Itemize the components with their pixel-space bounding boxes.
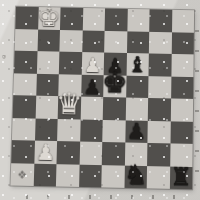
chessboard: ♚♟♟♝♟♚♛♟♟❖♞♜	[11, 7, 195, 190]
square-a3[interactable]	[12, 118, 35, 141]
square-f8[interactable]	[127, 9, 150, 31]
piece-black-bishop[interactable]: ♝	[127, 54, 147, 76]
square-e5[interactable]: ♚	[103, 75, 126, 98]
bottom-coordinate-marks	[26, 195, 186, 199]
square-e4[interactable]	[103, 97, 126, 120]
square-f3[interactable]: ♟	[125, 120, 148, 143]
square-e1[interactable]	[101, 165, 124, 188]
square-h3[interactable]	[170, 121, 193, 144]
corner-ornament-icon: ❖	[17, 168, 27, 181]
piece-white-queen[interactable]: ♛	[55, 89, 83, 119]
square-h4[interactable]	[170, 98, 193, 121]
square-a7[interactable]	[15, 29, 38, 52]
square-b7[interactable]	[37, 29, 60, 52]
square-b8[interactable]: ♚	[38, 7, 61, 29]
square-b1[interactable]	[33, 163, 56, 186]
square-e8[interactable]	[105, 8, 128, 30]
chessboard-photo: © ♚♟♟♝♟♚♛♟♟❖♞♜	[0, 0, 200, 200]
left-margin-copyright-text: ©	[1, 52, 7, 60]
square-g3[interactable]	[147, 120, 170, 143]
square-a5[interactable]	[13, 73, 36, 96]
square-d4[interactable]	[80, 97, 103, 120]
square-d8[interactable]	[82, 8, 105, 30]
square-d7[interactable]	[82, 30, 105, 53]
square-g5[interactable]	[148, 76, 171, 99]
square-f4[interactable]	[125, 98, 148, 121]
square-a6[interactable]	[14, 51, 37, 74]
square-e3[interactable]	[102, 119, 125, 142]
square-h1[interactable]: ♜	[169, 166, 192, 189]
piece-black-pawn[interactable]: ♟	[83, 77, 101, 97]
square-d1[interactable]	[79, 164, 102, 187]
piece-white-pawn[interactable]: ♟	[35, 141, 55, 164]
piece-black-knight[interactable]: ♞	[123, 161, 148, 189]
square-g7[interactable]	[149, 31, 172, 54]
square-d2[interactable]	[79, 142, 102, 165]
square-e7[interactable]	[104, 30, 127, 53]
square-f7[interactable]	[126, 31, 149, 54]
square-g8[interactable]	[149, 9, 172, 31]
piece-black-rook[interactable]: ♜	[170, 165, 192, 190]
square-g1[interactable]	[147, 166, 170, 189]
square-h7[interactable]	[171, 32, 194, 55]
square-d6[interactable]: ♟	[81, 52, 104, 75]
square-g2[interactable]	[147, 143, 170, 166]
square-c4[interactable]: ♛	[58, 96, 81, 119]
square-h6[interactable]	[171, 54, 194, 77]
piece-black-king[interactable]: ♚	[101, 68, 127, 97]
square-e2[interactable]	[102, 142, 125, 165]
square-c6[interactable]	[59, 52, 82, 75]
square-d3[interactable]	[80, 119, 103, 142]
square-a2[interactable]	[11, 140, 34, 163]
square-c7[interactable]	[59, 30, 82, 53]
square-h8[interactable]	[172, 10, 195, 32]
square-d5[interactable]: ♟	[81, 74, 104, 97]
square-f5[interactable]	[126, 75, 149, 98]
piece-white-king[interactable]: ♚	[37, 4, 61, 30]
square-a1[interactable]: ❖	[11, 163, 34, 186]
square-a4[interactable]	[13, 95, 36, 118]
square-b3[interactable]	[35, 118, 58, 141]
square-h5[interactable]	[171, 76, 194, 99]
square-b2[interactable]: ♟	[34, 141, 57, 164]
square-c1[interactable]	[56, 164, 79, 187]
square-c2[interactable]	[56, 141, 79, 164]
square-a8[interactable]	[15, 7, 38, 29]
piece-white-pawn[interactable]: ♟	[84, 55, 102, 75]
square-f6[interactable]: ♝	[126, 53, 149, 76]
square-c8[interactable]	[60, 8, 83, 30]
square-b6[interactable]	[36, 51, 59, 74]
piece-black-pawn[interactable]: ♟	[126, 120, 146, 142]
square-g4[interactable]	[148, 98, 171, 121]
right-coordinate-marks	[195, 30, 199, 180]
square-f1[interactable]: ♞	[124, 165, 147, 188]
square-g6[interactable]	[148, 53, 171, 76]
square-c3[interactable]	[57, 119, 80, 142]
